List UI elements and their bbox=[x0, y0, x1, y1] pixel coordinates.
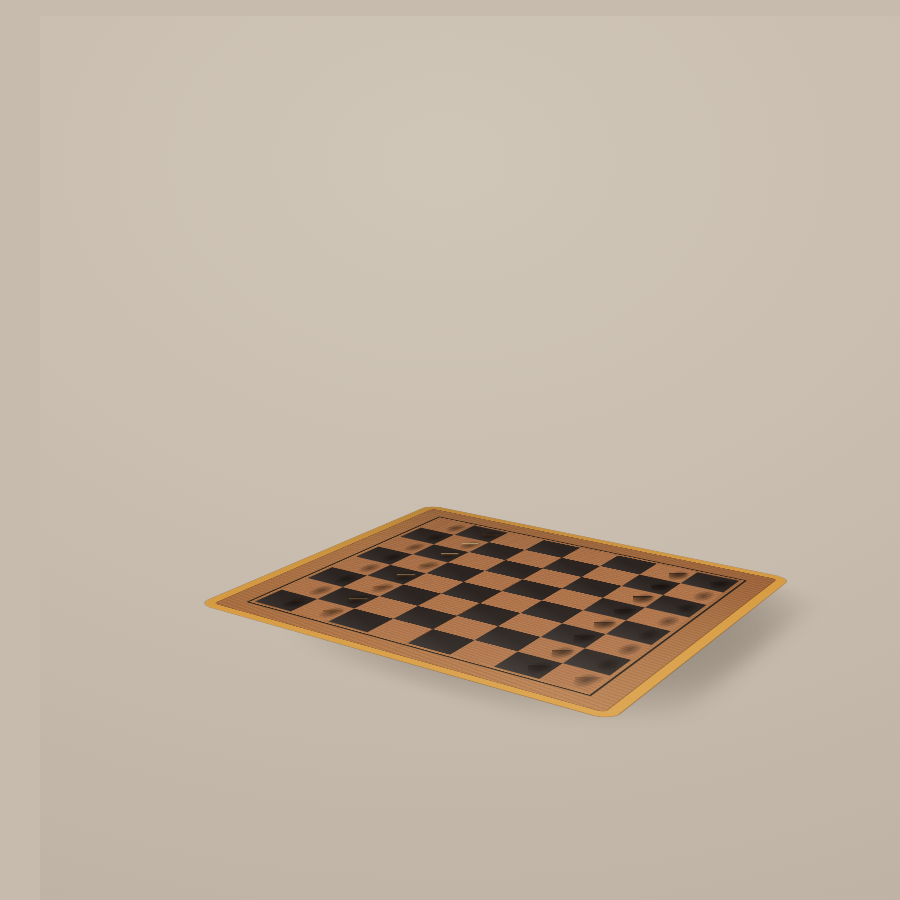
studio-backdrop: ♜♞♝♛♚♝♞♜♟♟♟♟♟♟♟♟♟♟♟♟♟♟♟♟♜♞♝♛♚♝♞♜ bbox=[40, 16, 900, 900]
product-photo: ♜♞♝♛♚♝♞♜♟♟♟♟♟♟♟♟♟♟♟♟♟♟♟♟♜♞♝♛♚♝♞♜ Overhea… bbox=[40, 16, 900, 900]
chess-board: ♜♞♝♛♚♝♞♜♟♟♟♟♟♟♟♟♟♟♟♟♟♟♟♟♜♞♝♛♚♝♞♜ bbox=[199, 505, 791, 720]
square-e3 bbox=[426, 562, 484, 582]
playing-area: ♜♞♝♛♚♝♞♜♟♟♟♟♟♟♟♟♟♟♟♟♟♟♟♟♜♞♝♛♚♝♞♜ bbox=[255, 519, 739, 692]
square-a8: ♜ bbox=[540, 663, 610, 692]
black-rook-icon: ♜ bbox=[534, 598, 616, 689]
